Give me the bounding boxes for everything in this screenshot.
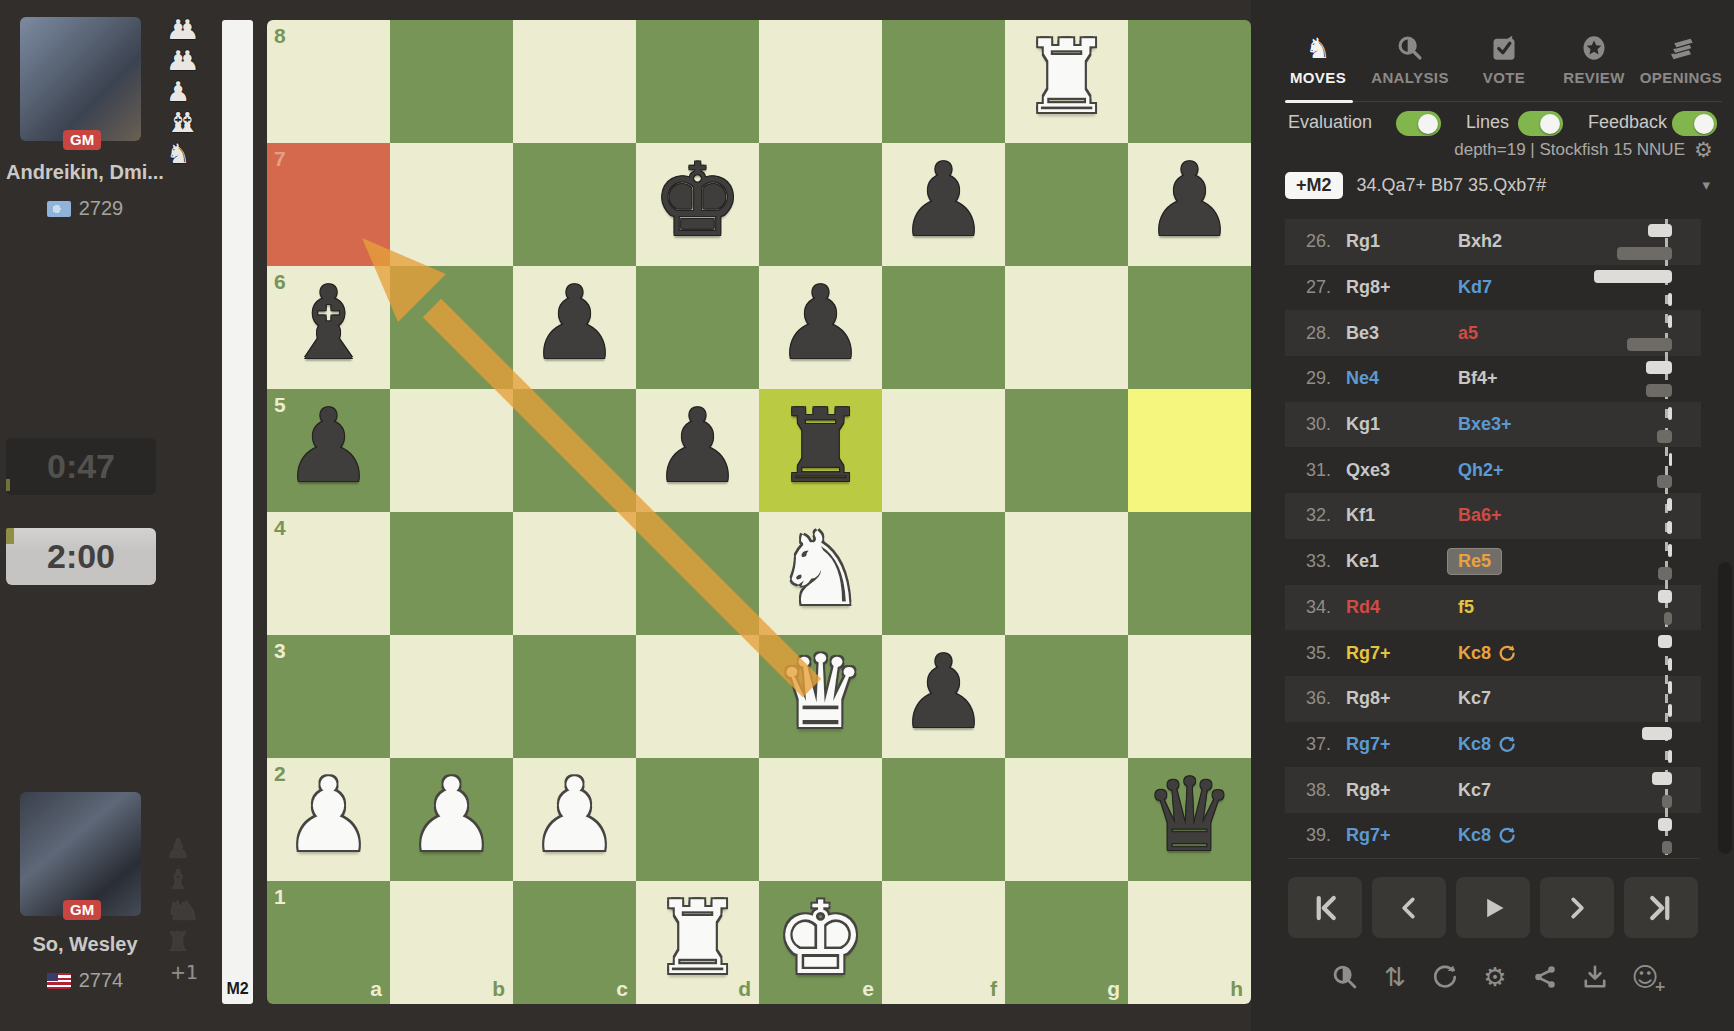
piece-black-pawn-d5[interactable]: ♟ [636,384,759,507]
share-icon[interactable] [1530,960,1560,994]
square-e4[interactable]: ♞ [759,512,882,635]
ballot-check-icon [1456,33,1552,67]
square-e6[interactable]: ♟ [759,266,882,389]
usa-flag-icon [47,973,71,989]
rank-label-5: 5 [274,393,286,417]
square-f7[interactable]: ♟ [882,143,1005,266]
square-a2[interactable]: 2♟ [267,758,390,881]
magnifier-icon [1362,33,1458,67]
halfmove-eval-bar [1668,544,1672,557]
captured-piece-group: ♝♝ [166,107,184,138]
captured-piece-group: ♜ [166,926,175,957]
halfmove-eval-bar [1662,795,1672,808]
halfmove-eval-bar [1662,841,1672,854]
piece-black-pawn-h7[interactable]: ♟ [1128,138,1251,261]
halfmove-eval-bar [1657,430,1672,443]
lines-toggle-label: Lines [1466,112,1509,133]
square-e8[interactable] [759,20,882,143]
halfmove-eval-bar [1657,475,1672,488]
white-move[interactable]: Kf1 [1346,505,1458,526]
square-a6[interactable]: 6♝ [267,266,390,389]
square-g7[interactable] [1005,143,1128,266]
evaluation-bar: M2 [222,20,253,1004]
tab-review[interactable]: REVIEW [1546,33,1642,86]
square-h1[interactable]: h [1128,881,1251,1004]
black-move[interactable]: Qh2+ [1458,460,1504,481]
square-f8[interactable] [882,20,1005,143]
piece-black-pawn-f7[interactable]: ♟ [882,138,1005,261]
move-number: 30. [1293,414,1331,435]
black-move[interactable]: Kc8 [1458,825,1516,846]
evaluation-toggle-label: Evaluation [1288,112,1372,133]
captured-piece-group: ♟ [166,76,175,107]
square-e3[interactable]: ♛ [759,635,882,758]
player-photo-top [20,17,141,141]
halfmove-eval-bar [1667,521,1672,534]
square-h6[interactable] [1128,266,1251,389]
black-move[interactable]: Re5 [1458,548,1502,575]
square-a4[interactable]: 4 [267,512,390,635]
move-number: 31. [1293,460,1331,481]
halfmove-eval-bar [1664,612,1672,625]
square-g8[interactable]: ♜ [1005,20,1128,143]
square-e2[interactable] [759,758,882,881]
white-move[interactable]: Rg7+ [1346,643,1458,664]
first-move-button[interactable] [1288,877,1362,938]
piece-white-queen-e3[interactable]: ♛ [759,630,882,753]
square-d3[interactable] [636,635,759,758]
engine-line-text: 34.Qa7+ Bb7 35.Qxb7# [1357,175,1547,196]
square-f6[interactable] [882,266,1005,389]
square-f3[interactable]: ♟ [882,635,1005,758]
piece-black-pawn-f3[interactable]: ♟ [882,630,1005,753]
chevron-down-icon[interactable]: ▾ [1702,176,1710,194]
rank-label-6: 6 [274,270,286,294]
reaction-smiley-icon[interactable]: ☺+ [1630,960,1660,994]
square-b2[interactable]: ♟ [390,758,513,881]
player-name-top: Andreikin, Dmi... [0,161,175,184]
black-move[interactable]: Ba6+ [1458,505,1502,526]
last-move-button[interactable] [1624,877,1698,938]
piece-white-rook-g8[interactable]: ♜ [1005,20,1128,138]
captured-piece-group: ♟♟ [166,45,184,76]
piece-white-knight-e4[interactable]: ♞ [759,507,882,630]
white-move[interactable]: Ke1 [1346,551,1458,572]
move-navigation [1288,877,1700,938]
square-c5[interactable] [513,389,636,512]
move-number: 32. [1293,505,1331,526]
file-label-f: f [990,977,997,1001]
clock-white: 2:00 [6,528,156,585]
repetition-icon [1497,644,1516,663]
player-rating-top: 2729 [79,197,124,220]
square-e7[interactable] [759,143,882,266]
knight-icon: ♞ [1270,33,1366,67]
feedback-toggle-label: Feedback [1588,112,1667,133]
square-d2[interactable] [636,758,759,881]
captured-piece-group: ♟ [166,833,175,864]
halfmove-eval-bar [1668,407,1672,420]
file-label-g: g [1107,977,1120,1001]
white-move[interactable]: Rd4 [1346,597,1458,618]
captured-pieces-by-white: ♟♝♞♞♜+1 [166,833,218,983]
square-f2[interactable] [882,758,1005,881]
white-move[interactable]: Rg7+ [1346,825,1458,846]
settings-gear-icon[interactable]: ⚙ [1480,960,1510,994]
rank-label-3: 3 [274,639,286,663]
file-label-a: a [370,977,382,1001]
rank-label-4: 4 [274,516,286,540]
halfmove-eval-bar [1627,338,1672,351]
black-move[interactable]: a5 [1458,323,1478,344]
square-b5[interactable] [390,389,513,512]
active-tab-underline [1285,100,1353,103]
black-move[interactable]: Kc8 [1458,734,1516,755]
gear-icon[interactable]: ⚙ [1694,138,1713,162]
square-g6[interactable] [1005,266,1128,389]
black-move[interactable]: Kc7 [1458,780,1491,801]
square-a8[interactable]: 8 [267,20,390,143]
square-c3[interactable] [513,635,636,758]
halfmove-eval-bar [1668,293,1672,306]
square-b7[interactable] [390,143,513,266]
halfmove-eval-bar [1658,818,1672,831]
flip-board-icon[interactable]: ⇅ [1380,960,1410,994]
square-c4[interactable] [513,512,636,635]
tab-openings[interactable]: OPENINGS [1633,33,1729,86]
white-move[interactable]: Rg1 [1346,231,1458,252]
halfmove-eval-bar [1646,361,1672,374]
play-button[interactable] [1456,877,1530,938]
square-d8[interactable] [636,20,759,143]
black-move[interactable]: Bxe3+ [1458,414,1512,435]
move-number: 36. [1293,688,1331,709]
square-d5[interactable]: ♟ [636,389,759,512]
repetition-icon [1497,735,1516,754]
gm-badge-bottom: GM [63,900,101,920]
square-a5[interactable]: 5♟ [267,389,390,512]
piece-black-pawn-c6[interactable]: ♟ [513,261,636,384]
square-b8[interactable] [390,20,513,143]
engine-line-row[interactable]: +M2 34.Qa7+ Bb7 35.Qxb7# ▾ [1285,168,1722,202]
file-label-c: c [616,977,628,1001]
square-g5[interactable] [1005,389,1128,512]
square-h7[interactable]: ♟ [1128,143,1251,266]
clock-black: 0:47 [6,438,156,495]
previous-move-button[interactable] [1372,877,1446,938]
file-label-e: e [862,977,874,1001]
move-number: 29. [1293,368,1331,389]
move-number: 39. [1293,825,1331,846]
material-score: +1 [166,961,198,983]
square-a1[interactable]: 1a [267,881,390,1004]
black-move[interactable]: Bf4+ [1458,368,1498,389]
analysis-magnifier-icon[interactable] [1330,960,1360,994]
piece-black-rook-e5[interactable]: ♜ [759,384,882,507]
square-h8[interactable] [1128,20,1251,143]
piece-black-pawn-e6[interactable]: ♟ [759,261,882,384]
toolbar: ⇅ ⚙ ☺+ [1330,960,1680,994]
tab-moves[interactable]: ♞ MOVES [1270,33,1366,86]
file-label-b: b [492,977,505,1001]
player-rating-row-bottom: 2774 [0,969,175,992]
square-d6[interactable] [636,266,759,389]
move-number: 37. [1293,734,1331,755]
halfmove-eval-bar [1642,727,1672,740]
mate-badge: +M2 [1285,172,1343,199]
halfmove-eval-bar [1668,750,1672,763]
halfmove-eval-bar [1667,498,1672,511]
gm-badge-top: GM [63,130,101,150]
move-number: 33. [1293,551,1331,572]
halfmove-eval-bar [1668,658,1672,671]
move-number: 34. [1293,597,1331,618]
square-h5[interactable] [1128,389,1251,512]
feedback-toggle[interactable] [1672,111,1717,136]
square-d7[interactable]: ♚ [636,143,759,266]
move-number: 26. [1293,231,1331,252]
halfmove-eval-bar [1658,590,1672,603]
square-g2[interactable] [1005,758,1128,881]
halfmove-eval-bar [1652,772,1672,785]
player-rating-row-top: 2729 [0,197,175,220]
white-move[interactable]: Rg7+ [1346,734,1458,755]
move-number: 35. [1293,643,1331,664]
square-e1[interactable]: e♚ [759,881,882,1004]
player-photo-bottom [20,792,141,916]
white-move[interactable]: Rg8+ [1346,688,1458,709]
piece-white-pawn-b2[interactable]: ♟ [390,753,513,876]
square-g3[interactable] [1005,635,1128,758]
halfmove-eval-bar [1594,270,1672,283]
scrollbar[interactable] [1718,562,1732,854]
square-g1[interactable]: g [1005,881,1128,1004]
captured-piece-group: ♟♟ [166,14,184,45]
white-move[interactable]: Rg8+ [1346,780,1458,801]
square-b1[interactable]: b [390,881,513,1004]
selected-move[interactable]: Re5 [1447,548,1502,575]
square-b3[interactable] [390,635,513,758]
square-h2[interactable]: ♛ [1128,758,1251,881]
evaluation-label: M2 [222,980,253,998]
halfmove-eval-bar [1668,704,1672,717]
next-move-button[interactable] [1540,877,1614,938]
download-icon[interactable] [1580,960,1610,994]
evaluation-toggle[interactable] [1396,111,1441,136]
captured-pieces-by-black: ♟♟♟♟♟♝♝♞ [166,14,218,169]
white-move[interactable]: Be3 [1346,323,1458,344]
star-circle-icon [1546,33,1642,67]
fide-flag-icon [47,201,71,217]
tab-analysis[interactable]: ANALYSIS [1362,33,1458,86]
square-f4[interactable] [882,512,1005,635]
square-d1[interactable]: d♜ [636,881,759,1004]
black-move[interactable]: f5 [1458,597,1474,618]
square-f5[interactable] [882,389,1005,512]
square-h3[interactable] [1128,635,1251,758]
captured-piece-group: ♞ [166,138,175,169]
engine-depth-text: depth=19 | Stockfish 15 NNUE [1285,140,1685,160]
board[interactable]: 8♜7♚♟♟6♝♟♟5♟♟♜4♞3♛♟2♟♟♟♛1abcd♜e♚fgh [267,20,1251,1004]
halfmove-eval-bar [1668,681,1672,694]
white-move[interactable]: Rg8+ [1346,277,1458,298]
rank-label-1: 1 [274,885,286,909]
move-number: 28. [1293,323,1331,344]
square-e5[interactable]: ♜ [759,389,882,512]
white-move[interactable]: Ne4 [1346,368,1458,389]
black-move[interactable]: Kd7 [1458,277,1492,298]
square-h4[interactable] [1128,512,1251,635]
halfmove-eval-bar [1658,567,1672,580]
halfmove-eval-bar [1648,224,1672,237]
lines-toggle[interactable] [1518,111,1563,136]
halfmove-eval-bar [1646,384,1672,397]
square-a3[interactable]: 3 [267,635,390,758]
square-c6[interactable]: ♟ [513,266,636,389]
captured-piece-group: ♞♞ [166,895,184,926]
white-move[interactable]: Kg1 [1346,414,1458,435]
halfmove-eval-bar [1669,453,1672,466]
file-label-d: d [738,977,751,1001]
square-a7[interactable]: 7 [267,143,390,266]
tab-vote[interactable]: VOTE [1456,33,1552,86]
square-c7[interactable] [513,143,636,266]
white-move[interactable]: Qxe3 [1346,460,1458,481]
halfmove-eval-bar [1617,247,1672,260]
repetition-icon [1497,826,1516,845]
player-name-bottom: So, Wesley [0,933,175,956]
black-move[interactable]: Bxh2 [1458,231,1502,252]
move-number: 27. [1293,277,1331,298]
halfmove-eval-bar [1658,635,1672,648]
square-c1[interactable]: c [513,881,636,1004]
rank-label-8: 8 [274,24,286,48]
black-move[interactable]: Kc8 [1458,643,1516,664]
move-number: 38. [1293,780,1331,801]
square-b6[interactable] [390,266,513,389]
captured-piece-group: ♝ [166,864,175,895]
black-move[interactable]: Kc7 [1458,688,1491,709]
halfmove-eval-bar [1668,315,1672,328]
piece-white-pawn-c2[interactable]: ♟ [513,753,636,876]
rank-label-7: 7 [274,147,286,171]
piece-black-queen-h2[interactable]: ♛ [1128,753,1251,876]
books-icon [1633,33,1729,67]
file-label-h: h [1230,977,1243,1001]
rank-label-2: 2 [274,762,286,786]
move-eval-sparkline [1606,219,1702,859]
square-c8[interactable] [513,20,636,143]
square-g4[interactable] [1005,512,1128,635]
square-f1[interactable]: f [882,881,1005,1004]
square-d4[interactable] [636,512,759,635]
piece-black-king-d7[interactable]: ♚ [636,138,759,261]
square-c2[interactable]: ♟ [513,758,636,881]
reset-icon[interactable] [1430,960,1460,994]
square-b4[interactable] [390,512,513,635]
player-rating-bottom: 2774 [79,969,124,992]
